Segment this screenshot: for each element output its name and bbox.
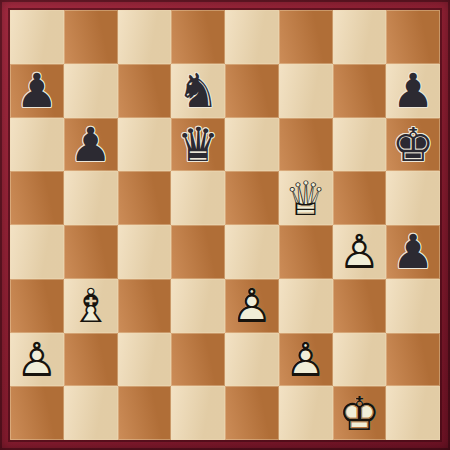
white-king-outline-glyph: ♔ — [333, 386, 387, 440]
square-f5[interactable]: ♛♕ — [279, 171, 333, 225]
square-b1[interactable] — [64, 386, 118, 440]
black-pawn-glyph: ♟ — [386, 225, 440, 279]
square-b7[interactable] — [64, 64, 118, 118]
square-f2[interactable]: ♟♙ — [279, 333, 333, 387]
square-h4[interactable]: ♟ — [386, 225, 440, 279]
square-f1[interactable] — [279, 386, 333, 440]
square-d5[interactable] — [171, 171, 225, 225]
square-e6[interactable] — [225, 118, 279, 172]
white-queen-outline-glyph: ♕ — [279, 171, 333, 225]
square-e3[interactable]: ♟♙ — [225, 279, 279, 333]
square-h6[interactable]: ♚ — [386, 118, 440, 172]
square-a4[interactable] — [10, 225, 64, 279]
square-d1[interactable] — [171, 386, 225, 440]
square-h7[interactable]: ♟ — [386, 64, 440, 118]
black-knight-glyph: ♞ — [171, 64, 225, 118]
piece-white-bishop[interactable]: ♝♗ — [64, 279, 118, 333]
square-g7[interactable] — [333, 64, 387, 118]
piece-black-pawn[interactable]: ♟ — [10, 64, 64, 118]
square-e8[interactable] — [225, 10, 279, 64]
board-frame: ♟♞♟♟♛♚♛♕♟♙♟♝♗♟♙♟♙♟♙♚♔ — [0, 0, 450, 450]
square-e4[interactable] — [225, 225, 279, 279]
square-f8[interactable] — [279, 10, 333, 64]
square-b8[interactable] — [64, 10, 118, 64]
white-pawn-outline-glyph: ♙ — [279, 333, 333, 387]
piece-black-pawn[interactable]: ♟ — [64, 118, 118, 172]
piece-white-pawn[interactable]: ♟♙ — [279, 333, 333, 387]
square-e5[interactable] — [225, 171, 279, 225]
square-c4[interactable] — [118, 225, 172, 279]
square-a8[interactable] — [10, 10, 64, 64]
square-h1[interactable] — [386, 386, 440, 440]
square-c1[interactable] — [118, 386, 172, 440]
square-h2[interactable] — [386, 333, 440, 387]
square-e7[interactable] — [225, 64, 279, 118]
square-d6[interactable]: ♛ — [171, 118, 225, 172]
square-d8[interactable] — [171, 10, 225, 64]
square-f3[interactable] — [279, 279, 333, 333]
square-f6[interactable] — [279, 118, 333, 172]
square-a3[interactable] — [10, 279, 64, 333]
black-pawn-glyph: ♟ — [386, 64, 440, 118]
square-c5[interactable] — [118, 171, 172, 225]
square-a2[interactable]: ♟♙ — [10, 333, 64, 387]
square-b2[interactable] — [64, 333, 118, 387]
chess-board: ♟♞♟♟♛♚♛♕♟♙♟♝♗♟♙♟♙♟♙♚♔ — [10, 10, 440, 440]
piece-white-pawn[interactable]: ♟♙ — [333, 225, 387, 279]
square-c8[interactable] — [118, 10, 172, 64]
square-a1[interactable] — [10, 386, 64, 440]
square-g4[interactable]: ♟♙ — [333, 225, 387, 279]
black-king-glyph: ♚ — [386, 118, 440, 172]
square-c3[interactable] — [118, 279, 172, 333]
square-g2[interactable] — [333, 333, 387, 387]
white-pawn-outline-glyph: ♙ — [225, 279, 279, 333]
black-pawn-glyph: ♟ — [64, 118, 118, 172]
piece-black-pawn[interactable]: ♟ — [386, 64, 440, 118]
piece-black-king[interactable]: ♚ — [386, 118, 440, 172]
square-a5[interactable] — [10, 171, 64, 225]
piece-black-queen[interactable]: ♛ — [171, 118, 225, 172]
piece-white-pawn[interactable]: ♟♙ — [225, 279, 279, 333]
square-d2[interactable] — [171, 333, 225, 387]
square-b5[interactable] — [64, 171, 118, 225]
square-d7[interactable]: ♞ — [171, 64, 225, 118]
white-bishop-outline-glyph: ♗ — [64, 279, 118, 333]
square-c7[interactable] — [118, 64, 172, 118]
square-h3[interactable] — [386, 279, 440, 333]
white-pawn-outline-glyph: ♙ — [333, 225, 387, 279]
square-b3[interactable]: ♝♗ — [64, 279, 118, 333]
square-f7[interactable] — [279, 64, 333, 118]
square-g8[interactable] — [333, 10, 387, 64]
black-queen-glyph: ♛ — [171, 118, 225, 172]
piece-black-pawn[interactable]: ♟ — [386, 225, 440, 279]
square-g1[interactable]: ♚♔ — [333, 386, 387, 440]
square-b4[interactable] — [64, 225, 118, 279]
black-pawn-glyph: ♟ — [10, 64, 64, 118]
square-a7[interactable]: ♟ — [10, 64, 64, 118]
piece-black-knight[interactable]: ♞ — [171, 64, 225, 118]
square-a6[interactable] — [10, 118, 64, 172]
square-f4[interactable] — [279, 225, 333, 279]
square-c6[interactable] — [118, 118, 172, 172]
white-pawn-outline-glyph: ♙ — [10, 333, 64, 387]
square-g5[interactable] — [333, 171, 387, 225]
piece-white-pawn[interactable]: ♟♙ — [10, 333, 64, 387]
square-e2[interactable] — [225, 333, 279, 387]
square-c2[interactable] — [118, 333, 172, 387]
piece-white-queen[interactable]: ♛♕ — [279, 171, 333, 225]
square-g6[interactable] — [333, 118, 387, 172]
square-e1[interactable] — [225, 386, 279, 440]
square-h5[interactable] — [386, 171, 440, 225]
square-h8[interactable] — [386, 10, 440, 64]
square-g3[interactable] — [333, 279, 387, 333]
square-d3[interactable] — [171, 279, 225, 333]
square-b6[interactable]: ♟ — [64, 118, 118, 172]
piece-white-king[interactable]: ♚♔ — [333, 386, 387, 440]
square-d4[interactable] — [171, 225, 225, 279]
